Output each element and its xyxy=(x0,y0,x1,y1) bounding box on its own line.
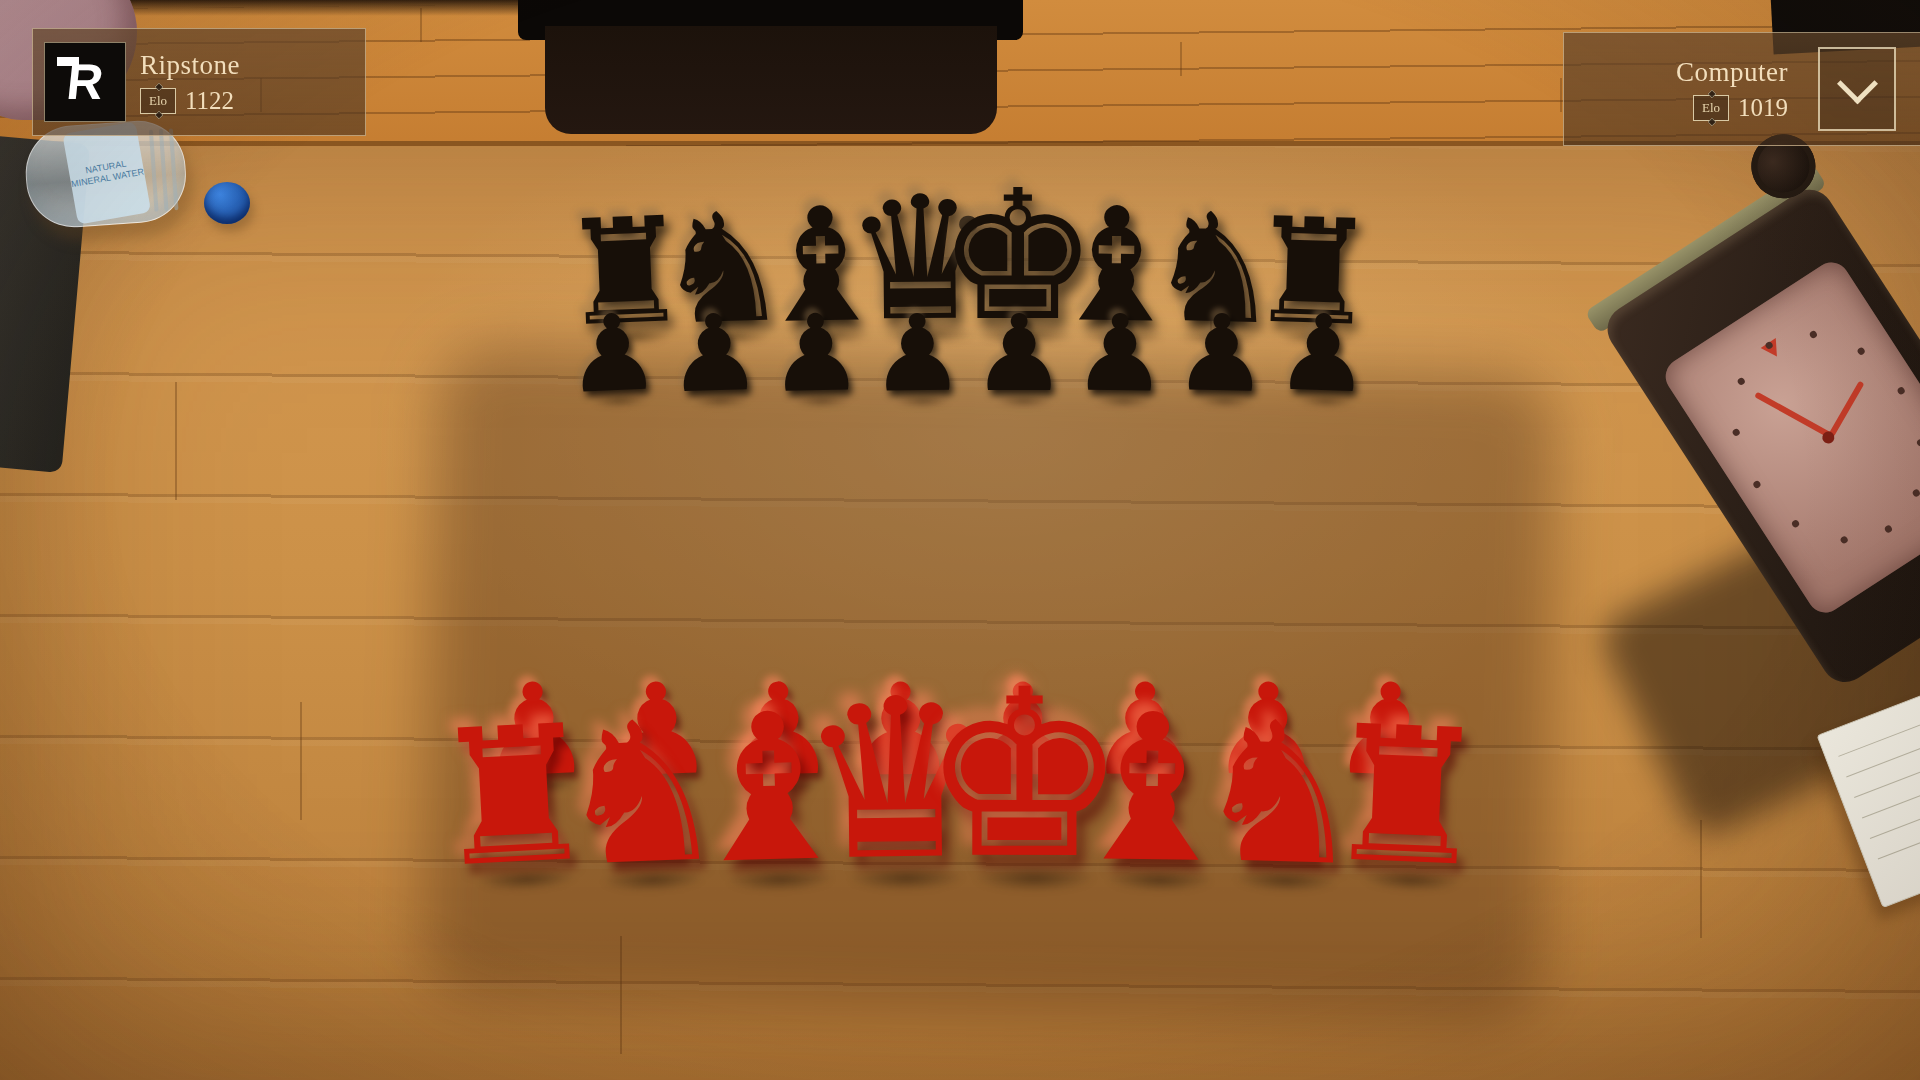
water-bottle-label: NATURAL MINERAL WATER xyxy=(62,121,151,224)
player-card-opponent: Computer Elo 1019 xyxy=(1563,32,1920,146)
elo-badge: Elo xyxy=(1693,95,1729,121)
opponent-name: Computer xyxy=(1676,57,1788,88)
elo-badge: Elo xyxy=(140,88,176,114)
piece-black-p-c7[interactable]: ♟ xyxy=(757,299,875,407)
player-card-local: R Ripstone Elo 1122 xyxy=(32,28,366,136)
opponent-menu-button[interactable] xyxy=(1818,47,1896,131)
chevron-down-icon xyxy=(1836,63,1877,104)
piece-black-p-f7[interactable]: ♟ xyxy=(1061,299,1179,406)
ripstone-logo-icon: R xyxy=(44,42,126,122)
opponent-elo: 1019 xyxy=(1738,94,1788,122)
chair-back xyxy=(545,26,997,134)
player-elo: 1122 xyxy=(185,87,234,115)
bottle-cap xyxy=(204,182,250,224)
piece-red-r-h1[interactable]: ♜ xyxy=(1300,698,1513,893)
game-scene: NATURAL MINERAL WATER ♘ The Camden Chess… xyxy=(0,0,1920,1080)
piece-black-p-h7[interactable]: ♟ xyxy=(1263,298,1383,407)
player-name: Ripstone xyxy=(140,50,240,81)
piece-black-p-d7[interactable]: ♟ xyxy=(859,299,976,406)
clock-flag xyxy=(1760,338,1784,361)
piece-black-p-e7[interactable]: ♟ xyxy=(961,300,1077,406)
